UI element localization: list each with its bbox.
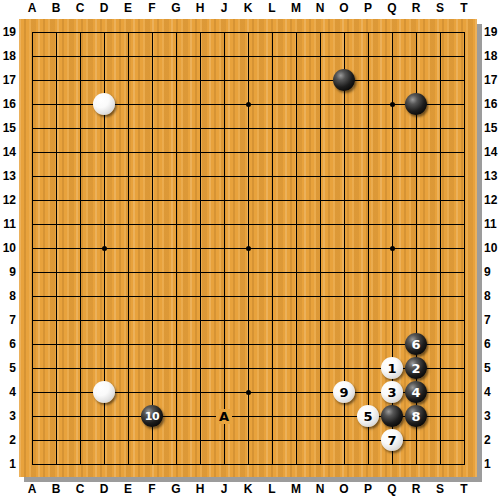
- move-number: 2: [411, 362, 420, 375]
- goban[interactable]: 12345678910A: [19, 19, 477, 477]
- coord-label-bottom-D: D: [92, 481, 116, 497]
- coord-label-top-G: G: [164, 0, 188, 16]
- coord-label-left-14: 14: [0, 144, 16, 160]
- coord-label-top-J: J: [212, 0, 236, 16]
- coord-label-right-13: 13: [484, 168, 500, 184]
- coord-label-right-10: 10: [484, 240, 500, 256]
- coord-label-right-9: 9: [484, 264, 500, 280]
- coord-label-left-3: 3: [0, 408, 16, 424]
- coord-label-left-6: 6: [0, 336, 16, 352]
- coord-label-right-14: 14: [484, 144, 500, 160]
- coord-label-bottom-E: E: [116, 481, 140, 497]
- stone-black-R4[interactable]: 4: [405, 381, 427, 403]
- coord-label-right-8: 8: [484, 288, 500, 304]
- coord-label-left-17: 17: [0, 72, 16, 88]
- move-number: 1: [387, 362, 396, 375]
- coord-label-bottom-T: T: [452, 481, 476, 497]
- coord-label-left-2: 2: [0, 432, 16, 448]
- coord-label-right-1: 1: [484, 456, 500, 472]
- coord-label-left-9: 9: [0, 264, 16, 280]
- coord-label-top-R: R: [404, 0, 428, 16]
- coord-label-top-C: C: [68, 0, 92, 16]
- coord-label-right-18: 18: [484, 48, 500, 64]
- stone-white-D4[interactable]: [93, 381, 115, 403]
- coord-label-top-D: D: [92, 0, 116, 16]
- move-number: 7: [387, 434, 396, 447]
- move-number: 10: [145, 411, 159, 422]
- coord-label-top-M: M: [284, 0, 308, 16]
- move-number: 6: [411, 338, 420, 351]
- coord-label-bottom-A: A: [20, 481, 44, 497]
- stone-black-Q3[interactable]: [381, 405, 403, 427]
- coord-label-left-5: 5: [0, 360, 16, 376]
- move-number: 9: [339, 386, 348, 399]
- coord-label-top-O: O: [332, 0, 356, 16]
- coord-label-left-12: 12: [0, 192, 16, 208]
- coord-label-bottom-S: S: [428, 481, 452, 497]
- stones-grid: 12345678910A: [20, 20, 476, 476]
- coord-label-left-15: 15: [0, 120, 16, 136]
- coord-label-left-4: 4: [0, 384, 16, 400]
- coord-label-right-17: 17: [484, 72, 500, 88]
- stone-black-F3[interactable]: 10: [141, 405, 163, 427]
- coord-label-bottom-L: L: [260, 481, 284, 497]
- stone-white-Q2[interactable]: 7: [381, 429, 403, 451]
- move-number: 8: [411, 410, 420, 423]
- coord-label-top-P: P: [356, 0, 380, 16]
- coord-label-left-16: 16: [0, 96, 16, 112]
- coord-label-bottom-G: G: [164, 481, 188, 497]
- coord-label-bottom-P: P: [356, 481, 380, 497]
- coord-label-bottom-N: N: [308, 481, 332, 497]
- coord-label-top-E: E: [116, 0, 140, 16]
- coord-label-right-12: 12: [484, 192, 500, 208]
- coord-label-left-18: 18: [0, 48, 16, 64]
- coord-label-bottom-F: F: [140, 481, 164, 497]
- coord-label-top-H: H: [188, 0, 212, 16]
- coord-label-right-19: 19: [484, 24, 500, 40]
- coord-label-top-S: S: [428, 0, 452, 16]
- coord-label-bottom-C: C: [68, 481, 92, 497]
- coord-label-bottom-B: B: [44, 481, 68, 497]
- coord-label-top-T: T: [452, 0, 476, 16]
- coord-label-right-4: 4: [484, 384, 500, 400]
- coord-label-top-B: B: [44, 0, 68, 16]
- coord-label-left-13: 13: [0, 168, 16, 184]
- coord-label-left-11: 11: [0, 216, 16, 232]
- coord-label-top-N: N: [308, 0, 332, 16]
- coord-label-left-8: 8: [0, 288, 16, 304]
- coord-label-right-7: 7: [484, 312, 500, 328]
- coord-label-right-11: 11: [484, 216, 500, 232]
- coord-label-bottom-H: H: [188, 481, 212, 497]
- point-annotation-A-J3[interactable]: A: [216, 409, 232, 424]
- stone-black-R16[interactable]: [405, 93, 427, 115]
- coord-label-right-6: 6: [484, 336, 500, 352]
- coord-label-bottom-Q: Q: [380, 481, 404, 497]
- coord-label-right-3: 3: [484, 408, 500, 424]
- stone-white-Q5[interactable]: 1: [381, 357, 403, 379]
- coord-label-left-10: 10: [0, 240, 16, 256]
- stone-white-Q4[interactable]: 3: [381, 381, 403, 403]
- stone-white-P3[interactable]: 5: [357, 405, 379, 427]
- coord-label-right-2: 2: [484, 432, 500, 448]
- stone-black-R3[interactable]: 8: [405, 405, 427, 427]
- coord-label-left-7: 7: [0, 312, 16, 328]
- move-number: 3: [387, 386, 396, 399]
- coord-label-bottom-J: J: [212, 481, 236, 497]
- stone-black-R5[interactable]: 2: [405, 357, 427, 379]
- stone-black-O17[interactable]: [333, 69, 355, 91]
- stone-white-D16[interactable]: [93, 93, 115, 115]
- move-number: 4: [411, 386, 420, 399]
- coord-label-left-19: 19: [0, 24, 16, 40]
- coord-label-bottom-M: M: [284, 481, 308, 497]
- coord-label-left-1: 1: [0, 456, 16, 472]
- coord-label-bottom-K: K: [236, 481, 260, 497]
- coord-label-right-5: 5: [484, 360, 500, 376]
- coord-label-top-F: F: [140, 0, 164, 16]
- stone-black-R6[interactable]: 6: [405, 333, 427, 355]
- coord-label-top-L: L: [260, 0, 284, 16]
- coord-label-bottom-R: R: [404, 481, 428, 497]
- coord-label-top-A: A: [20, 0, 44, 16]
- coord-label-right-15: 15: [484, 120, 500, 136]
- stone-white-O4[interactable]: 9: [333, 381, 355, 403]
- move-number: 5: [363, 410, 372, 423]
- coord-label-right-16: 16: [484, 96, 500, 112]
- coord-label-bottom-O: O: [332, 481, 356, 497]
- coord-label-top-Q: Q: [380, 0, 404, 16]
- coord-label-top-K: K: [236, 0, 260, 16]
